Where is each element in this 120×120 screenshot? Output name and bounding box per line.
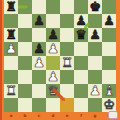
square-b3[interactable]: [18, 70, 32, 84]
square-a5[interactable]: ♟: [4, 42, 18, 56]
square-g6[interactable]: ♟: [88, 28, 102, 42]
square-b8[interactable]: [18, 0, 32, 14]
square-d1[interactable]: [46, 98, 60, 112]
file-label-f: f: [74, 112, 88, 120]
square-a8[interactable]: ♜: [4, 0, 18, 14]
piece-white-rook[interactable]: ♜: [5, 84, 17, 98]
file-label-c: c: [32, 112, 46, 120]
square-g4[interactable]: [88, 56, 102, 70]
file-label-a: a: [4, 112, 18, 120]
square-c4[interactable]: ♟: [32, 56, 46, 70]
square-e6[interactable]: [60, 28, 74, 42]
piece-white-pawn[interactable]: ♟: [47, 70, 59, 84]
piece-white-pawn[interactable]: ♟: [5, 42, 17, 56]
piece-black-pawn[interactable]: ♟: [33, 14, 45, 28]
square-f6[interactable]: ♛: [74, 28, 88, 42]
square-c3[interactable]: [32, 70, 46, 84]
square-h3[interactable]: [102, 70, 116, 84]
piece-black-pawn[interactable]: ♟: [75, 14, 87, 28]
piece-white-bishop[interactable]: ♝: [103, 84, 115, 98]
square-c1[interactable]: [32, 98, 46, 112]
piece-white-king[interactable]: ♚: [103, 98, 115, 112]
square-b5[interactable]: [18, 42, 32, 56]
square-h8[interactable]: [102, 0, 116, 14]
square-c5[interactable]: ♟: [32, 42, 46, 56]
piece-white-pawn[interactable]: ♟: [33, 56, 45, 70]
square-g3[interactable]: [88, 70, 102, 84]
square-d4[interactable]: [46, 56, 60, 70]
file-label-b: b: [18, 112, 32, 120]
square-g5[interactable]: [88, 42, 102, 56]
square-e2[interactable]: [60, 84, 74, 98]
square-f8[interactable]: [74, 0, 88, 14]
square-e8[interactable]: [60, 0, 74, 14]
piece-black-rook[interactable]: ♜: [5, 28, 17, 42]
square-g8[interactable]: ♚: [88, 0, 102, 14]
piece-black-pawn[interactable]: ♟: [47, 28, 59, 42]
square-f4[interactable]: [74, 56, 88, 70]
square-c8[interactable]: [32, 0, 46, 14]
piece-black-rook[interactable]: ♜: [5, 0, 17, 14]
file-label-d: d: [46, 112, 60, 120]
square-d7[interactable]: [46, 14, 60, 28]
square-c7[interactable]: ♟: [32, 14, 46, 28]
square-a7[interactable]: [4, 14, 18, 28]
square-h5[interactable]: [102, 42, 116, 56]
square-f3[interactable]: [74, 70, 88, 84]
square-h1[interactable]: ♚: [102, 98, 116, 112]
ui-fragment: [108, 111, 118, 119]
square-d5[interactable]: ♟: [46, 42, 60, 56]
file-coordinates: abcdefgh: [4, 112, 116, 120]
piece-black-queen[interactable]: ♛: [75, 28, 87, 42]
square-a1[interactable]: [4, 98, 18, 112]
piece-white-rook[interactable]: ♜: [61, 56, 73, 70]
square-b6[interactable]: [18, 28, 32, 42]
square-f1[interactable]: [74, 98, 88, 112]
square-b2[interactable]: [18, 84, 32, 98]
square-a3[interactable]: [4, 70, 18, 84]
square-a2[interactable]: ♜: [4, 84, 18, 98]
square-f5[interactable]: [74, 42, 88, 56]
square-h2[interactable]: ♝: [102, 84, 116, 98]
piece-black-pawn[interactable]: ♟: [33, 42, 45, 56]
square-h4[interactable]: [102, 56, 116, 70]
square-e7[interactable]: [60, 14, 74, 28]
frame-edge: [0, 0, 2, 120]
square-a6[interactable]: ♜: [4, 28, 18, 42]
square-e4[interactable]: ♜: [60, 56, 74, 70]
square-f2[interactable]: [74, 84, 88, 98]
piece-black-pawn[interactable]: ♟: [89, 28, 101, 42]
square-h7[interactable]: ♟: [102, 14, 116, 28]
square-e5[interactable]: [60, 42, 74, 56]
file-label-g: g: [88, 112, 102, 120]
square-c6[interactable]: [32, 28, 46, 42]
square-d6[interactable]: ♟: [46, 28, 60, 42]
square-h6[interactable]: [102, 28, 116, 42]
square-d3[interactable]: ♟: [46, 70, 60, 84]
square-a4[interactable]: [4, 56, 18, 70]
chess-board[interactable]: ♜♚♟♟♟♜♟♛♟♟♟♟♟♜♟♜♛♟♝♚: [4, 0, 116, 112]
square-b4[interactable]: [18, 56, 32, 70]
square-g1[interactable]: [88, 98, 102, 112]
square-b7[interactable]: [18, 14, 32, 28]
square-g2[interactable]: ♟: [88, 84, 102, 98]
piece-white-pawn[interactable]: ♟: [47, 42, 59, 56]
square-b1[interactable]: [18, 98, 32, 112]
file-label-e: e: [60, 112, 74, 120]
piece-white-queen[interactable]: ♛: [47, 84, 59, 98]
square-c2[interactable]: [32, 84, 46, 98]
square-e1[interactable]: [60, 98, 74, 112]
board-frame: ♜♚♟♟♟♜♟♛♟♟♟♟♟♜♟♜♛♟♝♚ abcdefgh: [0, 0, 120, 120]
piece-white-pawn[interactable]: ♟: [89, 84, 101, 98]
piece-black-king[interactable]: ♚: [89, 0, 101, 14]
square-d8[interactable]: [46, 0, 60, 14]
square-d2[interactable]: ♛: [46, 84, 60, 98]
piece-black-pawn[interactable]: ♟: [103, 14, 115, 28]
square-e3[interactable]: [60, 70, 74, 84]
square-f7[interactable]: ♟: [74, 14, 88, 28]
square-g7[interactable]: [88, 14, 102, 28]
